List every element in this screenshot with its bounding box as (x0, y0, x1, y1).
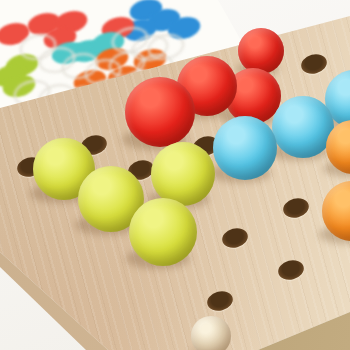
ball-cyan[interactable] (272, 96, 334, 158)
ball-yellow[interactable] (151, 142, 215, 206)
ball-yellow[interactable] (129, 198, 197, 266)
ball-red[interactable] (238, 28, 284, 74)
ball-natural[interactable] (191, 316, 231, 350)
ball-red[interactable] (125, 77, 195, 147)
ball-cyan[interactable] (213, 116, 277, 180)
peg-board-game-photo (0, 0, 350, 350)
